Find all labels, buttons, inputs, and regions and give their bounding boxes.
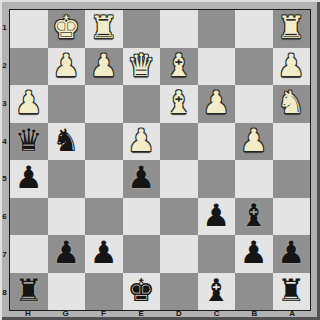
rank-label-4: 4 bbox=[0, 122, 9, 160]
square-a3[interactable]: ♞ bbox=[273, 85, 311, 123]
square-g4[interactable]: ♞ bbox=[48, 123, 86, 161]
black-pawn: ♟ bbox=[52, 237, 80, 268]
square-b5[interactable] bbox=[235, 160, 273, 198]
square-b8[interactable] bbox=[235, 273, 273, 311]
white-king: ♚ bbox=[52, 12, 80, 43]
white-rook: ♜ bbox=[277, 12, 305, 43]
white-bishop: ♝ bbox=[165, 50, 193, 81]
square-g5[interactable] bbox=[48, 160, 86, 198]
square-h4[interactable]: ♛ bbox=[10, 123, 48, 161]
white-pawn: ♟ bbox=[277, 50, 305, 81]
square-f4[interactable] bbox=[85, 123, 123, 161]
square-h6[interactable] bbox=[10, 198, 48, 236]
white-pawn: ♟ bbox=[127, 125, 155, 156]
white-pawn: ♟ bbox=[202, 87, 230, 118]
square-e8[interactable]: ♚ bbox=[123, 273, 161, 311]
square-d4[interactable] bbox=[160, 123, 198, 161]
rank-label-7: 7 bbox=[0, 236, 9, 274]
rank-label-5: 5 bbox=[0, 160, 9, 198]
square-d7[interactable] bbox=[160, 235, 198, 273]
square-c4[interactable] bbox=[198, 123, 236, 161]
square-g3[interactable] bbox=[48, 85, 86, 123]
file-label-f: F bbox=[85, 309, 123, 318]
black-pawn: ♟ bbox=[90, 237, 118, 268]
square-a1[interactable]: ♜ bbox=[273, 10, 311, 48]
rank-label-6: 6 bbox=[0, 198, 9, 236]
square-b7[interactable]: ♟ bbox=[235, 235, 273, 273]
square-e1[interactable] bbox=[123, 10, 161, 48]
square-c3[interactable]: ♟ bbox=[198, 85, 236, 123]
black-pawn: ♟ bbox=[15, 162, 43, 193]
white-rook: ♜ bbox=[90, 12, 118, 43]
file-label-c: C bbox=[198, 309, 236, 318]
file-label-d: D bbox=[160, 309, 198, 318]
black-pawn: ♟ bbox=[277, 237, 305, 268]
square-h3[interactable]: ♟ bbox=[10, 85, 48, 123]
square-e6[interactable] bbox=[123, 198, 161, 236]
square-b3[interactable] bbox=[235, 85, 273, 123]
black-pawn: ♟ bbox=[127, 162, 155, 193]
square-c7[interactable] bbox=[198, 235, 236, 273]
square-f1[interactable]: ♜ bbox=[85, 10, 123, 48]
square-c6[interactable]: ♟ bbox=[198, 198, 236, 236]
square-e4[interactable]: ♟ bbox=[123, 123, 161, 161]
square-f5[interactable] bbox=[85, 160, 123, 198]
square-f6[interactable] bbox=[85, 198, 123, 236]
black-rook: ♜ bbox=[277, 275, 305, 306]
square-d6[interactable] bbox=[160, 198, 198, 236]
white-bishop: ♝ bbox=[165, 87, 193, 118]
white-pawn: ♟ bbox=[15, 87, 43, 118]
square-c2[interactable] bbox=[198, 48, 236, 86]
rank-label-8: 8 bbox=[0, 273, 9, 311]
square-b2[interactable] bbox=[235, 48, 273, 86]
white-pawn: ♟ bbox=[240, 125, 268, 156]
square-g1[interactable]: ♚ bbox=[48, 10, 86, 48]
black-knight: ♞ bbox=[52, 125, 80, 156]
square-e3[interactable] bbox=[123, 85, 161, 123]
square-a8[interactable]: ♜ bbox=[273, 273, 311, 311]
file-label-e: E bbox=[122, 309, 160, 318]
square-e5[interactable]: ♟ bbox=[123, 160, 161, 198]
white-pawn: ♟ bbox=[90, 50, 118, 81]
square-b1[interactable] bbox=[235, 10, 273, 48]
square-f3[interactable] bbox=[85, 85, 123, 123]
square-b6[interactable]: ♝ bbox=[235, 198, 273, 236]
white-queen: ♛ bbox=[127, 50, 155, 81]
square-h2[interactable] bbox=[10, 48, 48, 86]
black-pawn: ♟ bbox=[240, 237, 268, 268]
rank-label-3: 3 bbox=[0, 85, 9, 123]
file-label-a: A bbox=[273, 309, 311, 318]
rank-label-1: 1 bbox=[0, 9, 9, 47]
black-pawn: ♟ bbox=[202, 200, 230, 231]
square-g2[interactable]: ♟ bbox=[48, 48, 86, 86]
square-b4[interactable]: ♟ bbox=[235, 123, 273, 161]
black-king: ♚ bbox=[127, 275, 155, 306]
rank-labels: 12345678 bbox=[0, 9, 9, 311]
square-h1[interactable] bbox=[10, 10, 48, 48]
diagram-frame: 12345678 ♚♜♜♟♟♛♝♟♟♝♟♞♛♞♟♟♟♟♟♝♟♟♟♟♜♚♝♜ HG… bbox=[0, 0, 320, 320]
black-queen: ♛ bbox=[15, 125, 43, 156]
square-d2[interactable]: ♝ bbox=[160, 48, 198, 86]
file-label-b: B bbox=[236, 309, 274, 318]
square-c5[interactable] bbox=[198, 160, 236, 198]
black-bishop: ♝ bbox=[202, 275, 230, 306]
file-label-h: H bbox=[9, 309, 47, 318]
square-d5[interactable] bbox=[160, 160, 198, 198]
square-h8[interactable]: ♜ bbox=[10, 273, 48, 311]
square-f2[interactable]: ♟ bbox=[85, 48, 123, 86]
square-d8[interactable] bbox=[160, 273, 198, 311]
square-f7[interactable]: ♟ bbox=[85, 235, 123, 273]
square-a2[interactable]: ♟ bbox=[273, 48, 311, 86]
black-rook: ♜ bbox=[15, 275, 43, 306]
square-d3[interactable]: ♝ bbox=[160, 85, 198, 123]
square-h7[interactable] bbox=[10, 235, 48, 273]
rank-label-2: 2 bbox=[0, 47, 9, 85]
square-c8[interactable]: ♝ bbox=[198, 273, 236, 311]
square-d1[interactable] bbox=[160, 10, 198, 48]
square-a5[interactable] bbox=[273, 160, 311, 198]
chess-board: ♚♜♜♟♟♛♝♟♟♝♟♞♛♞♟♟♟♟♟♝♟♟♟♟♜♚♝♜ bbox=[9, 9, 311, 311]
file-labels: HGFEDCBA bbox=[9, 309, 311, 318]
square-g7[interactable]: ♟ bbox=[48, 235, 86, 273]
square-h5[interactable]: ♟ bbox=[10, 160, 48, 198]
square-e7[interactable] bbox=[123, 235, 161, 273]
square-e2[interactable]: ♛ bbox=[123, 48, 161, 86]
square-a4[interactable] bbox=[273, 123, 311, 161]
square-f8[interactable] bbox=[85, 273, 123, 311]
white-pawn: ♟ bbox=[52, 50, 80, 81]
black-bishop: ♝ bbox=[240, 200, 268, 231]
square-g8[interactable] bbox=[48, 273, 86, 311]
square-c1[interactable] bbox=[198, 10, 236, 48]
square-a6[interactable] bbox=[273, 198, 311, 236]
file-label-g: G bbox=[47, 309, 85, 318]
square-a7[interactable]: ♟ bbox=[273, 235, 311, 273]
square-g6[interactable] bbox=[48, 198, 86, 236]
white-knight: ♞ bbox=[277, 87, 305, 118]
